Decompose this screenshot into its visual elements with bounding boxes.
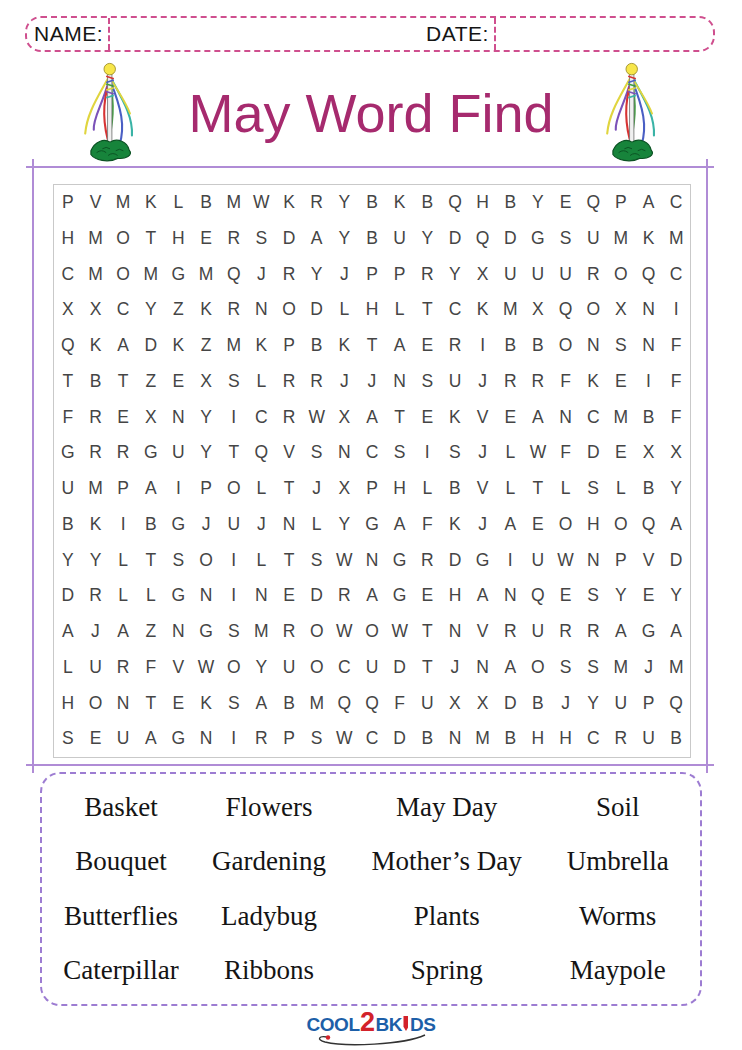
grid-cell: F	[671, 409, 682, 427]
grid-cell: R	[283, 266, 296, 284]
grid-cell: R	[532, 373, 545, 391]
grid-cell: X	[200, 373, 212, 391]
worksheet-page: NAME: DATE:	[0, 0, 742, 1050]
grid-cell: R	[310, 373, 323, 391]
grid-cell: F	[62, 409, 73, 427]
grid-cell: L	[339, 301, 349, 319]
grid-cell: V	[173, 659, 185, 677]
grid-cell: C	[449, 301, 462, 319]
grid-cell: C	[62, 266, 75, 284]
grid-cell: U	[449, 373, 462, 391]
grid-cell: Q	[61, 337, 75, 355]
grid-cell: U	[642, 730, 655, 748]
grid-cell: K	[173, 337, 185, 355]
grid-cell: C	[366, 730, 379, 748]
grid-cell: I	[231, 409, 236, 427]
grid-cell: O	[199, 552, 213, 570]
grid-cell: J	[202, 516, 211, 534]
grid-cell: J	[257, 516, 266, 534]
grid-cell: D	[144, 337, 157, 355]
grid-cell: T	[533, 480, 544, 498]
grid-cell: V	[477, 623, 489, 641]
grid-cell: A	[532, 409, 544, 427]
grid-cell: M	[475, 730, 490, 748]
grid-cell: O	[310, 623, 324, 641]
grid-cell: E	[560, 194, 572, 212]
grid-cell: Y	[256, 659, 268, 677]
grid-cell: B	[643, 409, 655, 427]
grid-cell: Y	[339, 194, 351, 212]
logo-ds: DS	[410, 1015, 435, 1034]
grid-cell: A	[62, 623, 74, 641]
grid-cell: V	[643, 552, 655, 570]
grid-cell: O	[531, 659, 545, 677]
grid-cell: A	[394, 337, 406, 355]
grid-cell: Y	[62, 552, 74, 570]
grid-cell: I	[425, 444, 430, 462]
grid-cell: B	[366, 230, 378, 248]
grid-cell: Z	[173, 301, 184, 319]
grid-cell: F	[671, 337, 682, 355]
grid-cell: Q	[476, 230, 490, 248]
grid-cell: D	[283, 230, 296, 248]
grid-cell: E	[615, 444, 627, 462]
word-item: Ladybug	[221, 901, 317, 932]
grid-cell: N	[559, 409, 572, 427]
grid-cell: X	[90, 301, 102, 319]
grid-cell: F	[422, 516, 433, 534]
grid-cell: U	[421, 695, 434, 713]
grid-cell: E	[421, 409, 433, 427]
grid-cell: R	[449, 337, 462, 355]
grid-cell: R	[255, 730, 268, 748]
word-item: Caterpillar	[63, 955, 178, 986]
date-label: DATE:	[426, 18, 489, 50]
grid-cell: Z	[201, 337, 212, 355]
grid-cell: W	[336, 730, 353, 748]
grid-cell: B	[449, 480, 461, 498]
grid-cell: J	[478, 444, 487, 462]
grid-cell: G	[172, 730, 186, 748]
grid-cell: M	[226, 194, 241, 212]
grid-cell: A	[145, 730, 157, 748]
grid-cell: Q	[559, 301, 573, 319]
grid-cell: G	[393, 587, 407, 605]
grid-cell: B	[421, 730, 433, 748]
word-item: Maypole	[570, 955, 666, 986]
grid-cell: X	[643, 444, 655, 462]
grid-cell: E	[200, 230, 212, 248]
pencil-icon	[403, 1016, 408, 1031]
grid-cell: G	[172, 266, 186, 284]
grid-cell: O	[559, 337, 573, 355]
grid-cell: X	[339, 409, 351, 427]
frame-line	[26, 166, 714, 168]
grid-cell: T	[422, 623, 433, 641]
grid-cell: M	[669, 659, 684, 677]
grid-cell: J	[478, 516, 487, 534]
grid-cell: A	[311, 230, 323, 248]
grid-cell: S	[587, 480, 599, 498]
grid-cell: W	[336, 623, 353, 641]
grid-cell: I	[121, 516, 126, 534]
grid-cell: X	[62, 301, 74, 319]
grid-cell: M	[88, 230, 103, 248]
grid-cell: J	[340, 266, 349, 284]
grid-cell: J	[340, 373, 349, 391]
grid-cell: O	[282, 301, 296, 319]
grid-cell: O	[227, 480, 241, 498]
word-list: BasketFlowersMay DaySoilBouquetGardening…	[40, 772, 702, 1006]
grid-cell: P	[283, 730, 295, 748]
grid-cell: C	[670, 194, 683, 212]
grid-cell: O	[614, 266, 628, 284]
grid-cell: C	[117, 301, 130, 319]
logo-text: COOL2BKDS	[307, 1009, 436, 1036]
grid-cell: D	[504, 695, 517, 713]
word-grid: PVMKLBMWKRYBKBQHBYEQPACHMOTHERSDAYBUYDQD…	[53, 184, 691, 758]
grid-cell: H	[172, 230, 185, 248]
grid-cell: L	[118, 552, 128, 570]
grid-cell: L	[257, 552, 267, 570]
grid-cell: L	[395, 301, 405, 319]
grid-cell: J	[451, 659, 460, 677]
grid-cell: J	[312, 480, 321, 498]
grid-cell: K	[145, 194, 157, 212]
grid-cell: R	[587, 623, 600, 641]
grid-cell: I	[646, 373, 651, 391]
grid-cell: Y	[670, 480, 682, 498]
grid-cell: G	[172, 587, 186, 605]
grid-cell: M	[669, 230, 684, 248]
name-label: NAME:	[27, 18, 103, 50]
grid-cell: P	[117, 480, 129, 498]
grid-cell: H	[62, 695, 75, 713]
grid-cell: V	[283, 444, 295, 462]
grid-cell: L	[561, 480, 571, 498]
grid-cell: U	[172, 444, 185, 462]
grid-cell: L	[146, 587, 156, 605]
grid-cell: R	[283, 623, 296, 641]
grid-cell: K	[283, 194, 295, 212]
grid-cell: X	[477, 266, 489, 284]
grid-cell: K	[643, 230, 655, 248]
logo-cool: COOL	[307, 1015, 360, 1034]
grid-cell: U	[283, 659, 296, 677]
grid-cell: I	[176, 480, 181, 498]
grid-cell: H	[62, 230, 75, 248]
grid-cell: E	[90, 730, 102, 748]
grid-cell: S	[311, 730, 323, 748]
grid-cell: C	[587, 730, 600, 748]
grid-cell: A	[670, 516, 682, 534]
word-item: Mother’s Day	[372, 846, 522, 877]
grid-cell: P	[643, 695, 655, 713]
grid-cell: S	[421, 373, 433, 391]
grid-cell: B	[504, 730, 516, 748]
grid-cell: S	[587, 587, 599, 605]
grid-cell: R	[615, 730, 628, 748]
grid-cell: U	[615, 695, 628, 713]
grid-cell: O	[310, 659, 324, 677]
grid-cell: A	[117, 623, 129, 641]
grid-cell: A	[366, 587, 378, 605]
grid-cell: Q	[642, 516, 656, 534]
grid-cell: A	[256, 695, 268, 713]
grid-cell: A	[477, 587, 489, 605]
grid-cell: C	[366, 444, 379, 462]
grid-cell: N	[255, 587, 268, 605]
grid-cell: S	[311, 444, 323, 462]
grid-cell: Y	[615, 587, 627, 605]
grid-cell: U	[587, 230, 600, 248]
grid-cell: F	[560, 373, 571, 391]
grid-cell: T	[145, 695, 156, 713]
grid-cell: E	[643, 587, 655, 605]
grid-cell: J	[368, 373, 377, 391]
grid-cell: N	[449, 623, 462, 641]
grid-cell: N	[642, 337, 655, 355]
grid-cell: K	[449, 409, 461, 427]
grid-cell: L	[505, 480, 515, 498]
grid-cell: K	[394, 194, 406, 212]
grid-cell: I	[231, 552, 236, 570]
grid-cell: T	[145, 230, 156, 248]
grid-cell: R	[89, 587, 102, 605]
grid-cell: N	[172, 409, 185, 427]
grid-cell: M	[88, 480, 103, 498]
grid-cell: X	[449, 695, 461, 713]
grid-cell: T	[62, 373, 73, 391]
grid-cell: W	[530, 444, 547, 462]
grid-cell: T	[422, 301, 433, 319]
grid-cell: E	[532, 516, 544, 534]
grid-cell: G	[144, 444, 158, 462]
grid-cell: R	[89, 444, 102, 462]
grid-cell: Q	[448, 194, 462, 212]
grid-cell: G	[642, 623, 656, 641]
grid-cell: Z	[145, 373, 156, 391]
frame-line	[26, 764, 714, 766]
grid-cell: K	[256, 337, 268, 355]
grid-cell: K	[477, 301, 489, 319]
grid-cell: M	[614, 659, 629, 677]
grid-cell: N	[255, 301, 268, 319]
word-item: Plants	[414, 901, 480, 932]
grid-cell: R	[89, 409, 102, 427]
grid-cell: B	[504, 337, 516, 355]
grid-cell: Q	[642, 266, 656, 284]
grid-cell: X	[532, 301, 544, 319]
grid-cell: T	[394, 409, 405, 427]
grid-cell: E	[615, 373, 627, 391]
grid-cell: U	[393, 230, 406, 248]
grid-cell: X	[477, 695, 489, 713]
grid-cell: P	[366, 266, 378, 284]
grid-cell: N	[117, 695, 130, 713]
grid-cell: R	[504, 623, 517, 641]
grid-cell: O	[365, 623, 379, 641]
grid-cell: R	[421, 552, 434, 570]
grid-cell: R	[338, 587, 351, 605]
grid-cell: E	[173, 695, 185, 713]
grid-cell: B	[532, 695, 544, 713]
grid-cell: W	[336, 552, 353, 570]
grid-cell: D	[310, 301, 323, 319]
grid-cell: Y	[421, 230, 433, 248]
grid-cell: M	[309, 695, 324, 713]
grid-cell: U	[532, 552, 545, 570]
logo-bk: BK	[376, 1015, 402, 1034]
grid-cell: L	[422, 480, 432, 498]
grid-cell: J	[478, 373, 487, 391]
grid-cell: I	[480, 337, 485, 355]
grid-cell: E	[560, 587, 572, 605]
grid-cell: D	[393, 659, 406, 677]
grid-cell: S	[560, 230, 572, 248]
grid-cell: K	[449, 516, 461, 534]
grid-cell: R	[504, 373, 517, 391]
grid-cell: T	[228, 444, 239, 462]
grid-cell: H	[476, 194, 489, 212]
name-date-header: NAME: DATE:	[25, 16, 715, 52]
grid-cell: G	[365, 516, 379, 534]
grid-cell: S	[256, 230, 268, 248]
grid-cell: P	[615, 194, 627, 212]
grid-cell: S	[394, 444, 406, 462]
grid-cell: P	[62, 194, 74, 212]
grid-cell: K	[200, 301, 212, 319]
grid-cell: C	[338, 659, 351, 677]
grid-cell: W	[557, 552, 574, 570]
logo-swoosh-icon	[311, 1033, 431, 1047]
grid-cell: S	[173, 552, 185, 570]
grid-cell: I	[231, 730, 236, 748]
grid-cell: N	[172, 623, 185, 641]
grid-cell: I	[231, 587, 236, 605]
grid-cell: R	[587, 266, 600, 284]
grid-cell: H	[532, 730, 545, 748]
grid-cell: W	[253, 194, 270, 212]
grid-cell: X	[670, 444, 682, 462]
grid-cell: A	[145, 480, 157, 498]
footer-logo: COOL2BKDS	[0, 1009, 742, 1049]
grid-cell: M	[88, 266, 103, 284]
grid-cell: H	[366, 301, 379, 319]
grid-cell: N	[200, 587, 213, 605]
grid-cell: B	[145, 516, 157, 534]
grid-cell: Y	[311, 266, 323, 284]
grid-cell: V	[477, 480, 489, 498]
grid-cell: S	[62, 730, 74, 748]
date-input-area[interactable]	[496, 18, 713, 50]
grid-cell: H	[449, 587, 462, 605]
grid-cell: S	[228, 695, 240, 713]
grid-cell: U	[504, 266, 517, 284]
grid-cell: I	[508, 552, 513, 570]
grid-cell: R	[227, 301, 240, 319]
grid-cell: J	[257, 266, 266, 284]
name-input-area[interactable]	[110, 18, 426, 50]
grid-cell: E	[283, 587, 295, 605]
grid-cell: C	[587, 409, 600, 427]
grid-cell: N	[476, 659, 489, 677]
grid-cell: U	[366, 659, 379, 677]
grid-cell: S	[311, 552, 323, 570]
grid-cell: I	[674, 301, 679, 319]
grid-cell: L	[257, 373, 267, 391]
grid-cell: E	[117, 409, 129, 427]
grid-cell: N	[587, 337, 600, 355]
grid-cell: T	[367, 337, 378, 355]
grid-cell: N	[366, 552, 379, 570]
grid-cell: B	[90, 373, 102, 391]
grid-cell: O	[614, 516, 628, 534]
grid-cell: M	[143, 266, 158, 284]
grid-cell: P	[394, 266, 406, 284]
grid-cell: O	[586, 301, 600, 319]
grid-cell: P	[200, 480, 212, 498]
grid-cell: L	[312, 516, 322, 534]
grid-cell: Q	[586, 194, 600, 212]
grid-cell: D	[310, 587, 323, 605]
grid-cell: L	[505, 444, 515, 462]
grid-cell: B	[311, 337, 323, 355]
grid-cell: N	[504, 587, 517, 605]
grid-cell: A	[504, 516, 516, 534]
grid-cell: Y	[200, 444, 212, 462]
grid-cell: A	[394, 516, 406, 534]
grid-cell: U	[227, 516, 240, 534]
grid-cell: R	[310, 194, 323, 212]
grid-cell: F	[145, 659, 156, 677]
grid-cell: U	[532, 623, 545, 641]
grid-cell: D	[670, 552, 683, 570]
word-item: Butterflies	[64, 901, 178, 932]
grid-cell: O	[116, 230, 130, 248]
grid-cell: J	[91, 623, 100, 641]
grid-cell: H	[559, 730, 572, 748]
grid-cell: S	[587, 659, 599, 677]
grid-cell: A	[670, 623, 682, 641]
grid-cell: X	[339, 480, 351, 498]
grid-cell: N	[393, 373, 406, 391]
grid-cell: O	[559, 516, 573, 534]
grid-cell: G	[531, 230, 545, 248]
grid-cell: Y	[145, 301, 157, 319]
grid-cell: B	[366, 194, 378, 212]
grid-cell: F	[560, 444, 571, 462]
grid-cell: U	[532, 266, 545, 284]
grid-cell: R	[283, 373, 296, 391]
word-item: May Day	[396, 792, 497, 823]
grid-cell: U	[89, 659, 102, 677]
grid-cell: B	[421, 194, 433, 212]
grid-cell: E	[421, 337, 433, 355]
grid-cell: M	[614, 409, 629, 427]
grid-cell: G	[172, 516, 186, 534]
grid-cell: R	[227, 230, 240, 248]
grid-cell: N	[283, 516, 296, 534]
word-item: Basket	[84, 792, 158, 823]
grid-cell: R	[421, 266, 434, 284]
word-item: Gardening	[212, 846, 326, 877]
word-item: Soil	[596, 792, 640, 823]
grid-cell: X	[615, 301, 627, 319]
grid-cell: X	[145, 409, 157, 427]
grid-cell: D	[62, 587, 75, 605]
grid-cell: J	[644, 659, 653, 677]
